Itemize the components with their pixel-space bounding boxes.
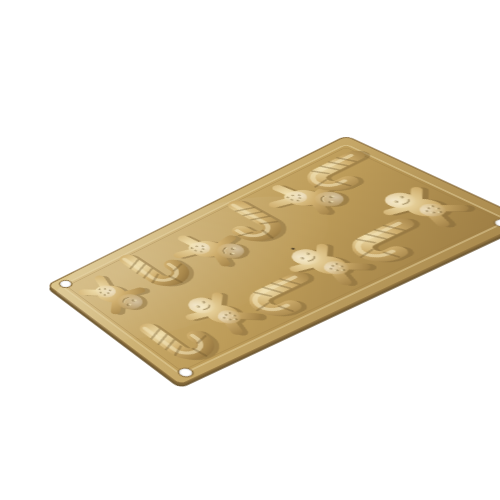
product-photo: Twelve-cavity gold metallic silicone bak…: [40, 16, 500, 500]
baking-mold: [46, 135, 500, 386]
photo-caption: Twelve-cavity gold metallic silicone bak…: [40, 16, 41, 17]
